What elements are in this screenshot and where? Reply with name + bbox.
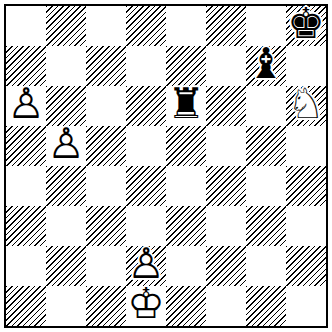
chess-board: ♚♚♝♝♟♙♜♜♞♘♟♙♟♙♚♔ [4,4,328,328]
black-king-glyph: ♚ [287,3,325,45]
square-h5[interactable] [286,126,326,166]
square-f5[interactable] [206,126,246,166]
chessboard-diagram: ♚♚♝♝♟♙♜♜♞♘♟♙♟♙♚♔ [0,0,332,332]
white-knight[interactable]: ♞♘ [286,86,326,126]
square-e4[interactable] [166,166,206,206]
white-king-glyph: ♔ [127,283,165,325]
square-h3[interactable] [286,206,326,246]
square-b8[interactable] [46,6,86,46]
black-bishop[interactable]: ♝♝ [246,46,286,86]
square-h1[interactable] [286,286,326,326]
square-f1[interactable] [206,286,246,326]
square-e8[interactable] [166,6,206,46]
square-e5[interactable] [166,126,206,166]
square-c2[interactable] [86,246,126,286]
white-pawn[interactable]: ♟♙ [46,126,86,166]
square-b2[interactable] [46,246,86,286]
square-d4[interactable] [126,166,166,206]
square-h4[interactable] [286,166,326,206]
square-c5[interactable] [86,126,126,166]
square-d6[interactable] [126,86,166,126]
square-e3[interactable] [166,206,206,246]
square-b5[interactable]: ♟♙ [46,126,86,166]
square-g4[interactable] [246,166,286,206]
square-d5[interactable] [126,126,166,166]
square-a6[interactable]: ♟♙ [6,86,46,126]
square-c1[interactable] [86,286,126,326]
square-c4[interactable] [86,166,126,206]
square-a3[interactable] [6,206,46,246]
white-pawn-glyph: ♙ [7,83,45,125]
square-f4[interactable] [206,166,246,206]
square-c6[interactable] [86,86,126,126]
square-a5[interactable] [6,126,46,166]
white-pawn[interactable]: ♟♙ [6,86,46,126]
square-b4[interactable] [46,166,86,206]
black-king[interactable]: ♚♚ [286,6,326,46]
square-g6[interactable] [246,86,286,126]
square-h6[interactable]: ♞♘ [286,86,326,126]
square-e6[interactable]: ♜♜ [166,86,206,126]
square-a2[interactable] [6,246,46,286]
square-f3[interactable] [206,206,246,246]
square-f6[interactable] [206,86,246,126]
square-a1[interactable] [6,286,46,326]
square-g7[interactable]: ♝♝ [246,46,286,86]
square-f7[interactable] [206,46,246,86]
black-bishop-glyph: ♝ [247,43,285,85]
square-e1[interactable] [166,286,206,326]
square-b1[interactable] [46,286,86,326]
square-c3[interactable] [86,206,126,246]
black-rook[interactable]: ♜♜ [166,86,206,126]
square-d1[interactable]: ♚♔ [126,286,166,326]
black-rook-glyph: ♜ [167,83,205,125]
square-f8[interactable] [206,6,246,46]
square-a4[interactable] [6,166,46,206]
square-d8[interactable] [126,6,166,46]
square-g5[interactable] [246,126,286,166]
square-g1[interactable] [246,286,286,326]
square-b3[interactable] [46,206,86,246]
square-b7[interactable] [46,46,86,86]
square-a8[interactable] [6,6,46,46]
square-g3[interactable] [246,206,286,246]
white-king[interactable]: ♚♔ [126,286,166,326]
white-knight-glyph: ♘ [287,83,325,125]
square-h2[interactable] [286,246,326,286]
square-c7[interactable] [86,46,126,86]
square-f2[interactable] [206,246,246,286]
white-pawn-glyph: ♙ [47,123,85,165]
square-g2[interactable] [246,246,286,286]
square-d7[interactable] [126,46,166,86]
square-h8[interactable]: ♚♚ [286,6,326,46]
square-c8[interactable] [86,6,126,46]
square-e2[interactable] [166,246,206,286]
